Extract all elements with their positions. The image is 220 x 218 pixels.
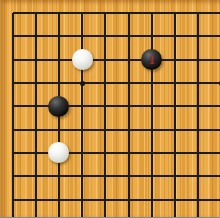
grid-line-v xyxy=(128,165,130,188)
board-intersection[interactable] xyxy=(71,71,94,94)
grid-line-v xyxy=(81,188,83,211)
grid-line-v xyxy=(12,71,14,94)
board-intersection[interactable] xyxy=(210,188,220,211)
grid-line-h xyxy=(210,12,220,14)
grid-line-v xyxy=(174,211,176,217)
grid-line-v xyxy=(174,71,176,94)
grid-line-v xyxy=(35,48,37,71)
grid-line-v xyxy=(151,165,153,188)
grid-line-h xyxy=(210,175,220,177)
grid-line-h xyxy=(210,129,220,131)
board-intersection[interactable] xyxy=(47,211,70,217)
board-intersection[interactable] xyxy=(210,211,220,217)
board-intersection[interactable] xyxy=(163,2,186,25)
grid-line-v xyxy=(197,13,199,25)
board-intersection[interactable] xyxy=(187,211,210,217)
grid-line-v xyxy=(128,13,130,25)
grid-line-v xyxy=(104,188,106,211)
grid-line-v xyxy=(197,118,199,141)
grid-line-v xyxy=(35,118,37,141)
grid-line-v xyxy=(81,141,83,164)
grid-line-v xyxy=(197,48,199,71)
grid-line-v xyxy=(197,71,199,94)
board-intersection[interactable] xyxy=(47,141,70,164)
grid-line-v xyxy=(58,118,60,141)
board-intersection[interactable] xyxy=(117,141,140,164)
grid-line-v xyxy=(12,211,14,217)
grid-line-v xyxy=(35,95,37,118)
board-intersection[interactable] xyxy=(140,2,163,25)
grid-line-v xyxy=(128,71,130,94)
grid-line-v xyxy=(128,211,130,217)
board-intersection[interactable] xyxy=(210,71,220,94)
board-intersection[interactable] xyxy=(24,211,47,217)
grid-line-h xyxy=(13,59,25,61)
grid-line-v xyxy=(197,95,199,118)
grid-line-v xyxy=(12,25,14,48)
board-intersection[interactable] xyxy=(117,95,140,118)
grid-line-h xyxy=(210,152,220,154)
board-intersection[interactable] xyxy=(210,118,220,141)
grid-line-v xyxy=(174,165,176,188)
star-point xyxy=(80,81,85,86)
grid-line-v xyxy=(104,118,106,141)
grid-line-v xyxy=(151,13,153,25)
grid-line-v xyxy=(81,118,83,141)
board-intersection[interactable] xyxy=(47,95,70,118)
board-intersection[interactable] xyxy=(1,118,24,141)
board-intersection[interactable] xyxy=(1,211,24,217)
board-intersection[interactable] xyxy=(24,118,47,141)
board-intersection[interactable] xyxy=(187,2,210,25)
board-intersection[interactable] xyxy=(187,188,210,211)
grid-line-v xyxy=(58,71,60,94)
board-intersection[interactable] xyxy=(117,71,140,94)
grid-line-v xyxy=(35,25,37,48)
board-intersection[interactable] xyxy=(117,48,140,71)
board-intersection[interactable] xyxy=(140,211,163,217)
grid-line-v xyxy=(58,165,60,188)
board-intersection[interactable] xyxy=(117,188,140,211)
grid-line-h xyxy=(210,59,220,61)
grid-line-v xyxy=(58,48,60,71)
board-intersection[interactable] xyxy=(24,188,47,211)
grid-line-h xyxy=(13,129,25,131)
board-intersection[interactable] xyxy=(1,141,24,164)
board-intersection[interactable] xyxy=(47,2,70,25)
grid-line-v xyxy=(174,141,176,164)
board-intersection[interactable] xyxy=(1,25,24,48)
star-point xyxy=(219,81,220,86)
board-intersection[interactable] xyxy=(210,48,220,71)
grid-line-v xyxy=(35,165,37,188)
board-intersection[interactable] xyxy=(94,2,117,25)
grid-line-v xyxy=(128,48,130,71)
board-intersection[interactable] xyxy=(47,48,70,71)
grid-line-v xyxy=(104,48,106,71)
board-intersection[interactable] xyxy=(140,25,163,48)
grid-line-v xyxy=(35,188,37,211)
board-intersection[interactable] xyxy=(71,118,94,141)
grid-line-v xyxy=(151,95,153,118)
board-intersection[interactable] xyxy=(163,95,186,118)
board-intersection[interactable] xyxy=(24,165,47,188)
board-intersection[interactable] xyxy=(47,25,70,48)
board-intersection[interactable] xyxy=(210,25,220,48)
grid-line-v xyxy=(12,48,14,71)
grid-line-h xyxy=(210,105,220,107)
board-intersection[interactable] xyxy=(1,71,24,94)
board-intersection[interactable] xyxy=(47,71,70,94)
grid-line-v xyxy=(58,211,60,217)
board-intersection[interactable] xyxy=(163,165,186,188)
board-intersection[interactable] xyxy=(94,141,117,164)
grid-line-v xyxy=(151,211,153,217)
board-intersection[interactable] xyxy=(210,95,220,118)
board-intersection[interactable] xyxy=(210,141,220,164)
grid-line-v xyxy=(174,25,176,48)
grid-line-v xyxy=(197,211,199,217)
grid-line-v xyxy=(197,188,199,211)
board-intersection[interactable] xyxy=(24,25,47,48)
grid-line-v xyxy=(12,165,14,188)
grid-line-v xyxy=(128,141,130,164)
grid-line-h xyxy=(13,35,25,37)
grid-line-h xyxy=(13,152,25,154)
board-intersection[interactable] xyxy=(1,48,24,71)
board-intersection[interactable] xyxy=(24,71,47,94)
board-intersection[interactable] xyxy=(163,25,186,48)
board-intersection[interactable] xyxy=(187,95,210,118)
grid-line-v xyxy=(104,95,106,118)
board-intersection[interactable] xyxy=(24,2,47,25)
grid-line-v xyxy=(104,165,106,188)
grid-line-v xyxy=(58,188,60,211)
grid-line-v xyxy=(58,13,60,25)
go-board-grid: 1 xyxy=(1,2,220,218)
grid-line-v xyxy=(128,118,130,141)
board-intersection[interactable] xyxy=(24,48,47,71)
grid-line-v xyxy=(12,95,14,118)
grid-line-v xyxy=(174,48,176,71)
grid-line-v xyxy=(81,95,83,118)
board-intersection[interactable] xyxy=(1,95,24,118)
grid-line-v xyxy=(12,141,14,164)
board-intersection[interactable] xyxy=(94,48,117,71)
board-intersection[interactable] xyxy=(94,71,117,94)
board-intersection[interactable] xyxy=(210,165,220,188)
board-intersection[interactable] xyxy=(210,2,220,25)
board-intersection[interactable] xyxy=(187,48,210,71)
board-intersection[interactable] xyxy=(94,188,117,211)
board-intersection[interactable] xyxy=(187,165,210,188)
grid-line-v xyxy=(81,13,83,25)
board-intersection[interactable] xyxy=(117,118,140,141)
grid-line-v xyxy=(174,188,176,211)
grid-line-v xyxy=(128,95,130,118)
grid-line-h xyxy=(13,82,25,84)
grid-line-v xyxy=(35,13,37,25)
board-intersection[interactable] xyxy=(94,25,117,48)
grid-line-v xyxy=(35,211,37,217)
grid-line-v xyxy=(81,25,83,48)
board-intersection[interactable] xyxy=(140,95,163,118)
grid-line-v xyxy=(174,118,176,141)
board-intersection[interactable] xyxy=(71,141,94,164)
grid-line-h xyxy=(210,199,220,201)
grid-line-v xyxy=(151,71,153,94)
board-intersection[interactable] xyxy=(187,118,210,141)
board-intersection[interactable] xyxy=(187,25,210,48)
board-intersection[interactable] xyxy=(117,211,140,217)
board-intersection[interactable] xyxy=(94,118,117,141)
board-intersection[interactable] xyxy=(1,165,24,188)
board-intersection[interactable] xyxy=(163,211,186,217)
board-intersection[interactable] xyxy=(71,95,94,118)
board-intersection[interactable] xyxy=(47,118,70,141)
grid-line-h xyxy=(13,175,25,177)
grid-line-v xyxy=(104,71,106,94)
grid-line-v xyxy=(104,141,106,164)
board-intersection[interactable] xyxy=(163,188,186,211)
grid-line-v xyxy=(104,25,106,48)
grid-line-v xyxy=(104,13,106,25)
move-number-label: 1 xyxy=(141,49,162,70)
grid-line-v xyxy=(12,118,14,141)
board-intersection[interactable] xyxy=(163,118,186,141)
board-intersection[interactable] xyxy=(117,2,140,25)
board-intersection[interactable] xyxy=(24,141,47,164)
grid-line-v xyxy=(81,165,83,188)
board-intersection[interactable] xyxy=(140,118,163,141)
grid-line-v xyxy=(128,25,130,48)
board-intersection[interactable] xyxy=(71,25,94,48)
white-stone xyxy=(72,49,93,70)
board-intersection[interactable] xyxy=(71,211,94,217)
grid-line-h xyxy=(210,35,220,37)
grid-line-v xyxy=(174,13,176,25)
grid-line-v xyxy=(58,25,60,48)
board-intersection[interactable] xyxy=(117,165,140,188)
grid-line-v xyxy=(12,188,14,211)
board-intersection[interactable] xyxy=(140,71,163,94)
black-stone: 1 xyxy=(141,49,162,70)
grid-line-v xyxy=(197,141,199,164)
grid-line-v xyxy=(12,13,14,25)
board-intersection[interactable] xyxy=(1,188,24,211)
grid-line-v xyxy=(197,165,199,188)
grid-line-v xyxy=(35,141,37,164)
grid-line-v xyxy=(151,25,153,48)
board-intersection[interactable] xyxy=(24,95,47,118)
board-intersection[interactable] xyxy=(71,48,94,71)
board-intersection[interactable] xyxy=(47,165,70,188)
board-intersection[interactable] xyxy=(140,165,163,188)
grid-line-v xyxy=(151,118,153,141)
board-intersection[interactable] xyxy=(187,71,210,94)
board-intersection[interactable] xyxy=(163,48,186,71)
grid-line-v xyxy=(81,211,83,217)
board-intersection[interactable] xyxy=(140,141,163,164)
grid-line-v xyxy=(151,141,153,164)
board-intersection[interactable] xyxy=(140,188,163,211)
board-intersection[interactable] xyxy=(94,95,117,118)
board-intersection[interactable] xyxy=(71,165,94,188)
grid-line-h xyxy=(13,105,25,107)
board-intersection[interactable] xyxy=(1,2,24,25)
board-intersection[interactable] xyxy=(94,211,117,217)
board-intersection[interactable] xyxy=(94,165,117,188)
black-stone xyxy=(48,96,69,117)
grid-line-h xyxy=(13,12,25,14)
board-intersection[interactable] xyxy=(187,141,210,164)
grid-line-v xyxy=(151,188,153,211)
go-board: 1 xyxy=(0,0,220,217)
white-stone xyxy=(48,142,69,163)
board-intersection[interactable] xyxy=(47,188,70,211)
grid-line-h xyxy=(13,199,25,201)
board-intersection[interactable] xyxy=(117,25,140,48)
grid-line-v xyxy=(174,95,176,118)
board-intersection[interactable] xyxy=(71,2,94,25)
board-intersection[interactable] xyxy=(163,71,186,94)
board-intersection[interactable]: 1 xyxy=(140,48,163,71)
board-intersection[interactable] xyxy=(71,188,94,211)
grid-line-v xyxy=(104,211,106,217)
grid-line-v xyxy=(128,188,130,211)
board-intersection[interactable] xyxy=(163,141,186,164)
grid-line-v xyxy=(197,25,199,48)
grid-line-v xyxy=(35,71,37,94)
